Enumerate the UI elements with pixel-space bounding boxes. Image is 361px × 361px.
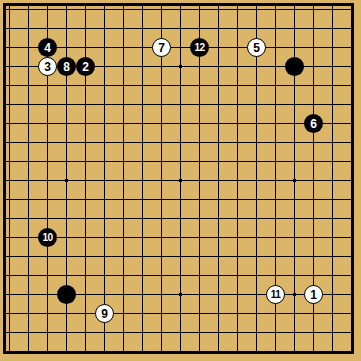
star-point [65, 179, 68, 182]
white-stone-move-5: 5 [247, 38, 266, 57]
black-stone-move-4: 4 [38, 38, 57, 57]
black-handicap-stone [285, 57, 304, 76]
star-point [179, 179, 182, 182]
black-handicap-stone [57, 285, 76, 304]
go-board: 123456789101112 [0, 0, 361, 361]
black-stone-move-6: 6 [304, 114, 323, 133]
star-point [179, 293, 182, 296]
white-stone-move-9: 9 [95, 304, 114, 323]
black-stone-move-2: 2 [76, 57, 95, 76]
go-diagram: 123456789101112 [0, 0, 361, 361]
star-point [293, 179, 296, 182]
black-stone-move-12: 12 [190, 38, 209, 57]
black-stone-move-10: 10 [38, 228, 57, 247]
white-stone-move-7: 7 [152, 38, 171, 57]
star-point [293, 293, 296, 296]
white-stone-move-3: 3 [38, 57, 57, 76]
black-stone-move-8: 8 [57, 57, 76, 76]
white-stone-move-11: 11 [266, 285, 285, 304]
star-point [179, 65, 182, 68]
white-stone-move-1: 1 [304, 285, 323, 304]
